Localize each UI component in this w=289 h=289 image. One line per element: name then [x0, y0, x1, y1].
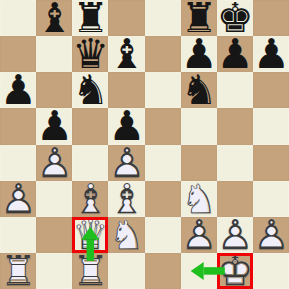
- white-pawn-h2[interactable]: ♟♙: [253, 217, 289, 253]
- chess-board: ♝♜♜♚♛♝♟♟♟♟♞♞♟♟♟♙♟♙♟♙♝♗♝♗♞♘♛♕♞♘♟♙♟♙♟♙♜♖♜♖…: [0, 0, 289, 289]
- white-pawn-b4[interactable]: ♟♙: [36, 145, 72, 181]
- square-a3[interactable]: ♟♙: [0, 181, 36, 217]
- black-pawn-h7[interactable]: ♟: [253, 36, 289, 72]
- square-b8[interactable]: ♝: [36, 0, 72, 36]
- square-b1[interactable]: [36, 253, 72, 289]
- black-knight-f6[interactable]: ♞: [181, 72, 217, 108]
- square-e7[interactable]: [145, 36, 181, 72]
- pawn-glyph: ♟: [0, 72, 36, 108]
- square-f6[interactable]: ♞: [181, 72, 217, 108]
- rook-glyph-outline: ♖: [0, 253, 36, 289]
- bishop-glyph: ♝: [108, 36, 144, 72]
- square-c6[interactable]: ♞: [72, 72, 108, 108]
- pawn-glyph-outline: ♙: [36, 145, 72, 181]
- black-bishop-d7[interactable]: ♝: [108, 36, 144, 72]
- square-g7[interactable]: ♟: [217, 36, 253, 72]
- pawn-glyph-outline: ♙: [253, 217, 289, 253]
- knight-glyph-outline: ♘: [108, 217, 144, 253]
- square-f2[interactable]: ♟♙: [181, 217, 217, 253]
- square-a8[interactable]: [0, 0, 36, 36]
- black-knight-c6[interactable]: ♞: [72, 72, 108, 108]
- square-e6[interactable]: [145, 72, 181, 108]
- square-d2[interactable]: ♞♘: [108, 217, 144, 253]
- black-pawn-a6[interactable]: ♟: [0, 72, 36, 108]
- chess-board-container: ♝♜♜♚♛♝♟♟♟♟♞♞♟♟♟♙♟♙♟♙♝♗♝♗♞♘♛♕♞♘♟♙♟♙♟♙♜♖♜♖…: [0, 0, 289, 289]
- square-a1[interactable]: ♜♖: [0, 253, 36, 289]
- white-knight-d2[interactable]: ♞♘: [108, 217, 144, 253]
- square-b4[interactable]: ♟♙: [36, 145, 72, 181]
- square-e2[interactable]: [145, 217, 181, 253]
- white-rook-a1[interactable]: ♜♖: [0, 253, 36, 289]
- square-a6[interactable]: ♟: [0, 72, 36, 108]
- square-g4[interactable]: [217, 145, 253, 181]
- square-g1[interactable]: ♚♔: [217, 253, 253, 289]
- pawn-glyph: ♟: [253, 36, 289, 72]
- white-pawn-a3[interactable]: ♟♙: [0, 181, 36, 217]
- black-pawn-g7[interactable]: ♟: [217, 36, 253, 72]
- white-rook-c1[interactable]: ♜♖: [72, 253, 108, 289]
- square-e5[interactable]: [145, 108, 181, 144]
- rook-glyph-outline: ♖: [72, 253, 108, 289]
- square-e1[interactable]: [145, 253, 181, 289]
- pawn-glyph-outline: ♙: [0, 181, 36, 217]
- black-bishop-b8[interactable]: ♝: [36, 0, 72, 36]
- square-e3[interactable]: [145, 181, 181, 217]
- pawn-glyph-outline: ♙: [181, 217, 217, 253]
- square-e8[interactable]: [145, 0, 181, 36]
- white-pawn-f2[interactable]: ♟♙: [181, 217, 217, 253]
- square-d7[interactable]: ♝: [108, 36, 144, 72]
- square-b2[interactable]: [36, 217, 72, 253]
- square-g5[interactable]: [217, 108, 253, 144]
- knight-glyph: ♞: [181, 72, 217, 108]
- square-h7[interactable]: ♟: [253, 36, 289, 72]
- bishop-glyph: ♝: [36, 0, 72, 36]
- square-c1[interactable]: ♜♖: [72, 253, 108, 289]
- square-h5[interactable]: [253, 108, 289, 144]
- square-h2[interactable]: ♟♙: [253, 217, 289, 253]
- square-h4[interactable]: [253, 145, 289, 181]
- pawn-glyph: ♟: [217, 36, 253, 72]
- white-king-g1[interactable]: ♚♔: [217, 253, 253, 289]
- square-e4[interactable]: [145, 145, 181, 181]
- knight-glyph: ♞: [72, 72, 108, 108]
- king-glyph-outline: ♔: [217, 253, 253, 289]
